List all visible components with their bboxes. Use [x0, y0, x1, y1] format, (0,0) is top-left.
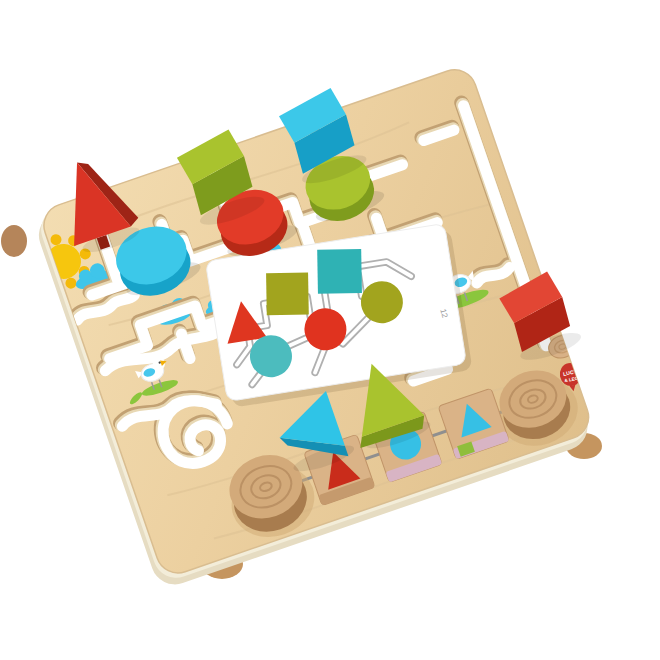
board-foot	[1, 225, 27, 257]
sparkle-icon: +	[579, 360, 584, 368]
card-teal-square	[317, 249, 362, 294]
scene: LUCY & LEO +	[0, 0, 660, 660]
card-olive-square	[266, 272, 309, 315]
board-group: LUCY & LEO +	[8, 26, 615, 595]
toy-board-photo: LUCY & LEO +	[0, 0, 660, 660]
